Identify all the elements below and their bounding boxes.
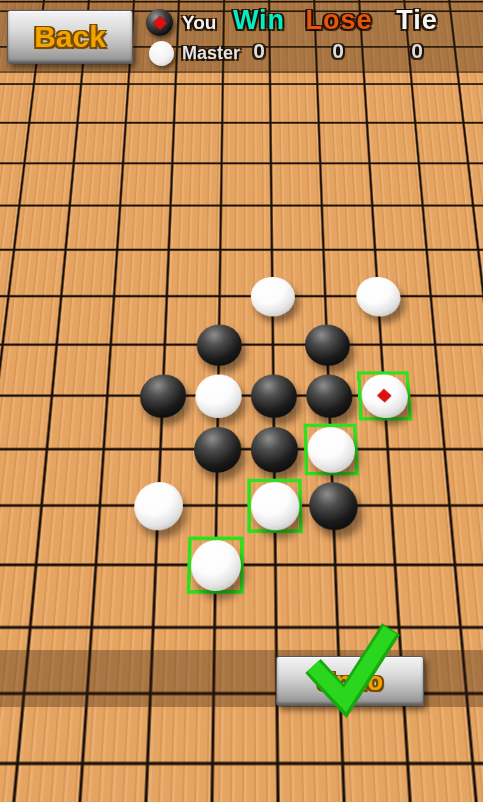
tie-count: 0 bbox=[371, 39, 463, 63]
white-stone bbox=[190, 540, 241, 591]
black-stone bbox=[308, 482, 358, 530]
black-stone bbox=[304, 324, 351, 365]
you-stone-icon bbox=[146, 9, 173, 36]
win-column-header: Win bbox=[213, 5, 305, 36]
white-stone bbox=[250, 277, 294, 317]
undo-button[interactable]: Undo bbox=[276, 656, 424, 706]
master-stone-icon bbox=[149, 41, 174, 66]
back-button[interactable]: Back bbox=[7, 10, 133, 64]
red-diamond-icon bbox=[152, 15, 166, 29]
black-stone bbox=[250, 427, 298, 473]
black-stone bbox=[193, 427, 241, 473]
white-stone bbox=[250, 482, 299, 530]
you-label: You bbox=[182, 12, 216, 34]
white-stone bbox=[133, 482, 184, 530]
black-stone bbox=[196, 324, 242, 365]
black-stone bbox=[250, 374, 297, 418]
black-stone bbox=[305, 374, 353, 418]
black-stone bbox=[138, 374, 186, 418]
white-stone bbox=[355, 277, 402, 317]
game-screen: Back You Master Win Lose Tie 0 0 0 Undo bbox=[0, 0, 483, 802]
tie-column-header: Tie bbox=[371, 5, 463, 36]
white-stone bbox=[194, 374, 241, 418]
last-move-red-diamond-icon bbox=[377, 389, 391, 402]
